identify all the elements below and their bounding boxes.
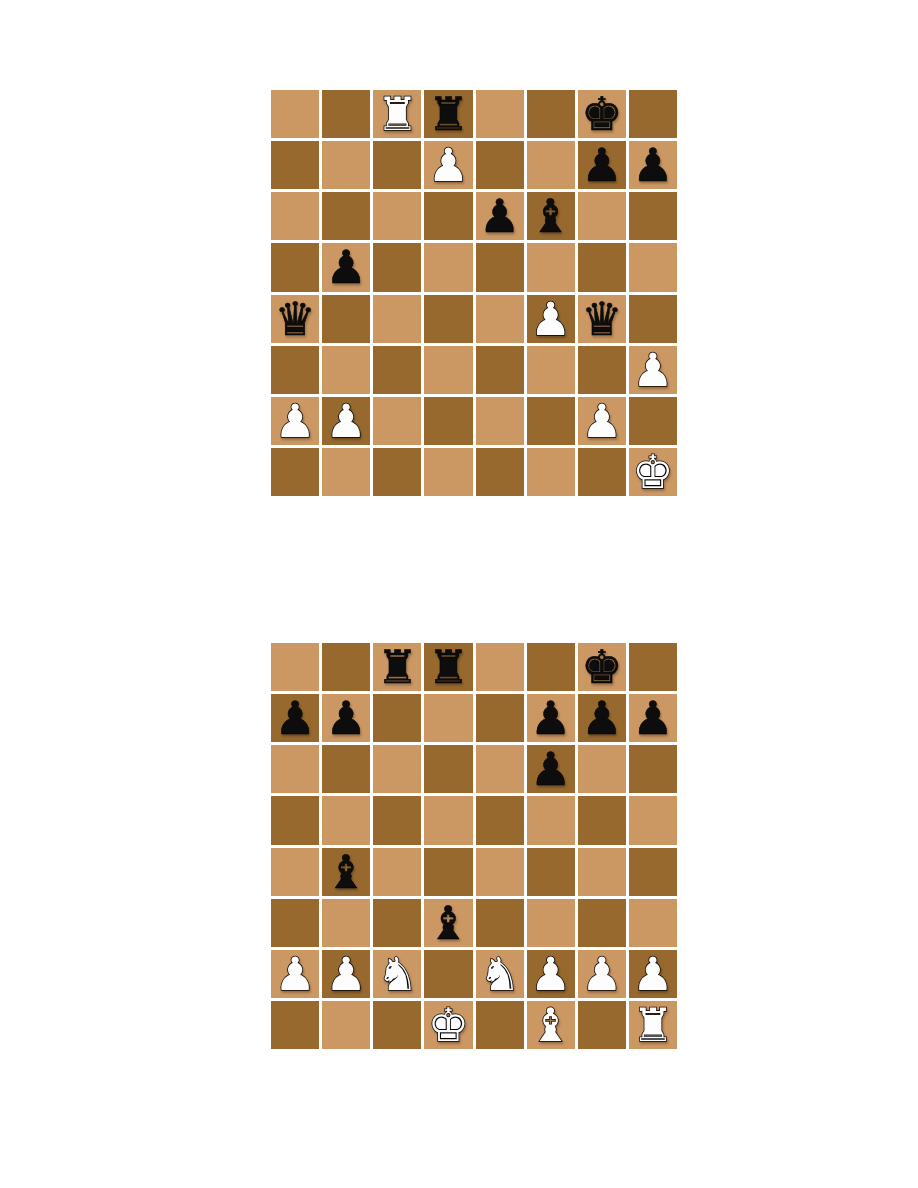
square-e2[interactable]: [476, 397, 524, 445]
square-c2[interactable]: [373, 397, 421, 445]
square-f6[interactable]: ♟: [527, 745, 575, 793]
square-d5[interactable]: [424, 243, 472, 291]
square-g7[interactable]: ♟: [578, 694, 626, 742]
square-f6[interactable]: ♝: [527, 192, 575, 240]
white-pawn-icon: ♟: [632, 951, 673, 997]
square-a2[interactable]: ♟: [271, 397, 319, 445]
square-c7[interactable]: [373, 694, 421, 742]
square-c3[interactable]: [373, 899, 421, 947]
square-e7[interactable]: [476, 694, 524, 742]
black-pawn-icon: ♟: [479, 193, 520, 239]
square-b6[interactable]: [322, 745, 370, 793]
white-pawn-icon: ♟: [632, 347, 673, 393]
square-a8[interactable]: [271, 90, 319, 138]
square-h6[interactable]: [629, 192, 677, 240]
square-b2[interactable]: ♟: [322, 397, 370, 445]
square-h1[interactable]: ♜: [629, 1001, 677, 1049]
square-c5[interactable]: [373, 243, 421, 291]
square-c3[interactable]: [373, 346, 421, 394]
square-d4[interactable]: [424, 295, 472, 343]
square-a2[interactable]: ♟: [271, 950, 319, 998]
square-e5[interactable]: [476, 243, 524, 291]
square-c8[interactable]: ♜: [373, 643, 421, 691]
square-a4[interactable]: [271, 848, 319, 896]
black-pawn-icon: ♟: [632, 142, 673, 188]
square-g5[interactable]: [578, 243, 626, 291]
square-b6[interactable]: [322, 192, 370, 240]
square-a3[interactable]: [271, 899, 319, 947]
square-d8[interactable]: ♜: [424, 90, 472, 138]
square-c4[interactable]: [373, 295, 421, 343]
square-a7[interactable]: [271, 141, 319, 189]
square-h8[interactable]: [629, 90, 677, 138]
square-h3[interactable]: ♟: [629, 346, 677, 394]
square-b3[interactable]: [322, 899, 370, 947]
black-rook-icon: ♜: [428, 644, 469, 690]
square-f4[interactable]: ♟: [527, 295, 575, 343]
square-g6[interactable]: [578, 192, 626, 240]
square-b2[interactable]: ♟: [322, 950, 370, 998]
white-king-icon: ♚: [428, 1002, 469, 1048]
white-pawn-icon: ♟: [274, 951, 315, 997]
square-a8[interactable]: [271, 643, 319, 691]
square-h4[interactable]: [629, 295, 677, 343]
black-bishop-icon: ♝: [428, 900, 469, 946]
white-knight-icon: ♞: [479, 951, 520, 997]
square-f5[interactable]: [527, 243, 575, 291]
black-king-icon: ♚: [581, 91, 622, 137]
square-b3[interactable]: [322, 346, 370, 394]
square-f3[interactable]: [527, 899, 575, 947]
black-pawn-icon: ♟: [530, 746, 571, 792]
square-c1[interactable]: [373, 448, 421, 496]
square-h5[interactable]: [629, 796, 677, 844]
black-pawn-icon: ♟: [632, 695, 673, 741]
square-g6[interactable]: [578, 745, 626, 793]
square-g4[interactable]: [578, 848, 626, 896]
square-f1[interactable]: [527, 448, 575, 496]
square-g8[interactable]: ♚: [578, 643, 626, 691]
square-e6[interactable]: ♟: [476, 192, 524, 240]
square-d3[interactable]: ♝: [424, 899, 472, 947]
black-pawn-icon: ♟: [326, 695, 367, 741]
square-d6[interactable]: [424, 192, 472, 240]
square-h2[interactable]: [629, 397, 677, 445]
square-e1[interactable]: [476, 448, 524, 496]
square-h7[interactable]: ♟: [629, 694, 677, 742]
white-pawn-icon: ♟: [326, 398, 367, 444]
square-f4[interactable]: [527, 848, 575, 896]
white-bishop-icon: ♝: [530, 1002, 571, 1048]
square-h6[interactable]: [629, 745, 677, 793]
square-e2[interactable]: ♞: [476, 950, 524, 998]
white-rook-icon: ♜: [632, 1002, 673, 1048]
square-e1[interactable]: [476, 1001, 524, 1049]
square-c2[interactable]: ♞: [373, 950, 421, 998]
square-e4[interactable]: [476, 848, 524, 896]
square-f2[interactable]: [527, 397, 575, 445]
square-h3[interactable]: [629, 899, 677, 947]
square-d3[interactable]: [424, 346, 472, 394]
black-rook-icon: ♜: [428, 91, 469, 137]
square-c6[interactable]: [373, 192, 421, 240]
square-d5[interactable]: [424, 796, 472, 844]
square-e3[interactable]: [476, 346, 524, 394]
square-d2[interactable]: [424, 950, 472, 998]
black-bishop-icon: ♝: [326, 849, 367, 895]
white-pawn-icon: ♟: [530, 951, 571, 997]
square-g1[interactable]: [578, 1001, 626, 1049]
square-a3[interactable]: [271, 346, 319, 394]
white-pawn-icon: ♟: [428, 142, 469, 188]
square-a6[interactable]: [271, 745, 319, 793]
square-b1[interactable]: [322, 1001, 370, 1049]
square-g4[interactable]: ♛: [578, 295, 626, 343]
white-king-icon: ♚: [632, 449, 673, 495]
square-f3[interactable]: [527, 346, 575, 394]
square-b1[interactable]: [322, 448, 370, 496]
black-bishop-icon: ♝: [530, 193, 571, 239]
square-a5[interactable]: [271, 243, 319, 291]
square-c8[interactable]: ♜: [373, 90, 421, 138]
square-g1[interactable]: [578, 448, 626, 496]
square-a5[interactable]: [271, 796, 319, 844]
square-c1[interactable]: [373, 1001, 421, 1049]
white-rook-icon: ♜: [377, 91, 418, 137]
square-e8[interactable]: [476, 643, 524, 691]
white-pawn-icon: ♟: [326, 951, 367, 997]
square-e4[interactable]: [476, 295, 524, 343]
white-pawn-icon: ♟: [581, 398, 622, 444]
square-f1[interactable]: ♝: [527, 1001, 575, 1049]
square-b4[interactable]: [322, 295, 370, 343]
white-knight-icon: ♞: [377, 951, 418, 997]
square-g2[interactable]: ♟: [578, 397, 626, 445]
square-e3[interactable]: [476, 899, 524, 947]
square-f5[interactable]: [527, 796, 575, 844]
black-queen-icon: ♛: [274, 296, 315, 342]
square-f7[interactable]: [527, 141, 575, 189]
square-a6[interactable]: [271, 192, 319, 240]
square-a1[interactable]: [271, 1001, 319, 1049]
square-b7[interactable]: ♟: [322, 694, 370, 742]
square-d2[interactable]: [424, 397, 472, 445]
square-b4[interactable]: ♝: [322, 848, 370, 896]
square-h5[interactable]: [629, 243, 677, 291]
black-pawn-icon: ♟: [274, 695, 315, 741]
square-c4[interactable]: [373, 848, 421, 896]
square-d7[interactable]: [424, 694, 472, 742]
square-h8[interactable]: [629, 643, 677, 691]
square-g3[interactable]: [578, 346, 626, 394]
square-f2[interactable]: ♟: [527, 950, 575, 998]
square-d1[interactable]: ♚: [424, 1001, 472, 1049]
black-pawn-icon: ♟: [326, 244, 367, 290]
square-e8[interactable]: [476, 90, 524, 138]
square-g5[interactable]: [578, 796, 626, 844]
square-a4[interactable]: ♛: [271, 295, 319, 343]
chess-board-top: ♜♜♚♟♟♟♟♝♟♛♟♛♟♟♟♟♚: [271, 90, 677, 496]
square-f8[interactable]: [527, 643, 575, 691]
square-f8[interactable]: [527, 90, 575, 138]
square-f7[interactable]: ♟: [527, 694, 575, 742]
square-g7[interactable]: ♟: [578, 141, 626, 189]
square-b8[interactable]: [322, 90, 370, 138]
black-rook-icon: ♜: [377, 644, 418, 690]
square-a7[interactable]: ♟: [271, 694, 319, 742]
chess-board-bottom: ♜♜♚♟♟♟♟♟♟♝♝♟♟♞♞♟♟♟♚♝♜: [271, 643, 677, 1049]
square-g3[interactable]: [578, 899, 626, 947]
black-pawn-icon: ♟: [581, 142, 622, 188]
black-queen-icon: ♛: [581, 296, 622, 342]
black-pawn-icon: ♟: [530, 695, 571, 741]
black-pawn-icon: ♟: [581, 695, 622, 741]
square-e7[interactable]: [476, 141, 524, 189]
square-h4[interactable]: [629, 848, 677, 896]
square-b5[interactable]: ♟: [322, 243, 370, 291]
square-c7[interactable]: [373, 141, 421, 189]
square-h2[interactable]: ♟: [629, 950, 677, 998]
square-g2[interactable]: ♟: [578, 950, 626, 998]
white-pawn-icon: ♟: [530, 296, 571, 342]
white-pawn-icon: ♟: [581, 951, 622, 997]
square-d7[interactable]: ♟: [424, 141, 472, 189]
white-pawn-icon: ♟: [274, 398, 315, 444]
page: ♜♜♚♟♟♟♟♝♟♛♟♛♟♟♟♟♚ ♜♜♚♟♟♟♟♟♟♝♝♟♟♞♞♟♟♟♚♝♜: [0, 0, 918, 1188]
square-d6[interactable]: [424, 745, 472, 793]
square-b7[interactable]: [322, 141, 370, 189]
square-d4[interactable]: [424, 848, 472, 896]
square-e6[interactable]: [476, 745, 524, 793]
square-c6[interactable]: [373, 745, 421, 793]
square-h7[interactable]: ♟: [629, 141, 677, 189]
square-b5[interactable]: [322, 796, 370, 844]
square-c5[interactable]: [373, 796, 421, 844]
square-a1[interactable]: [271, 448, 319, 496]
square-e5[interactable]: [476, 796, 524, 844]
square-b8[interactable]: [322, 643, 370, 691]
square-g8[interactable]: ♚: [578, 90, 626, 138]
square-d8[interactable]: ♜: [424, 643, 472, 691]
black-king-icon: ♚: [581, 644, 622, 690]
square-h1[interactable]: ♚: [629, 448, 677, 496]
square-d1[interactable]: [424, 448, 472, 496]
